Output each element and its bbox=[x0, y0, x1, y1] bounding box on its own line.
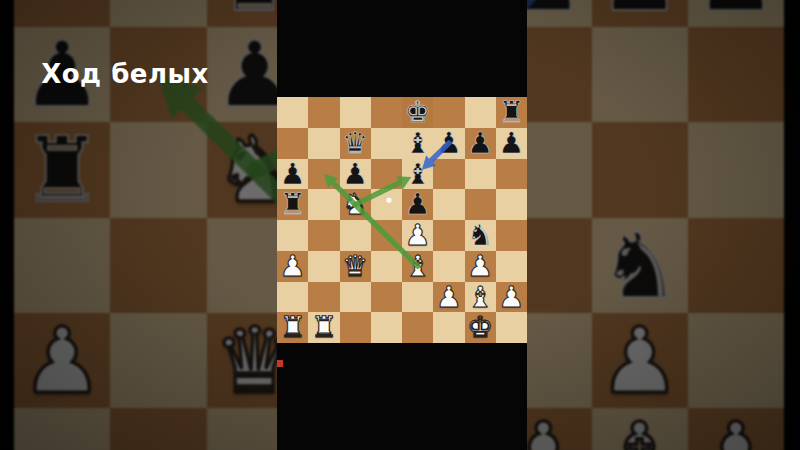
piece-black-king-e8[interactable]: ♚ bbox=[402, 97, 433, 128]
square-d7[interactable] bbox=[371, 128, 402, 159]
square-b5[interactable] bbox=[308, 189, 339, 220]
piece-black-pawn-g7[interactable]: ♟ bbox=[465, 128, 496, 159]
square-c5[interactable]: ♞ bbox=[340, 189, 371, 220]
piece-white-queen-c3[interactable]: ♛ bbox=[340, 251, 371, 282]
square-h3[interactable] bbox=[496, 251, 527, 282]
square-e6[interactable]: ♝ bbox=[402, 159, 433, 190]
piece-white-rook-a1[interactable]: ♜ bbox=[277, 312, 308, 343]
square-f4[interactable] bbox=[433, 220, 464, 251]
square-f1[interactable] bbox=[433, 312, 464, 343]
square-b7[interactable] bbox=[308, 128, 339, 159]
square-e7[interactable]: ♝ bbox=[402, 128, 433, 159]
square-f6[interactable] bbox=[433, 159, 464, 190]
square-a3[interactable]: ♟ bbox=[277, 251, 308, 282]
square-a8[interactable] bbox=[277, 97, 308, 128]
piece-black-queen-c7[interactable]: ♛ bbox=[340, 128, 371, 159]
square-a6[interactable]: ♟ bbox=[277, 159, 308, 190]
square-d1[interactable] bbox=[371, 312, 402, 343]
piece-black-pawn-e5[interactable]: ♟ bbox=[402, 189, 433, 220]
piece-black-pawn-a6[interactable]: ♟ bbox=[277, 159, 308, 190]
piece-black-pawn-f7[interactable]: ♟ bbox=[433, 128, 464, 159]
square-b3[interactable] bbox=[308, 251, 339, 282]
square-c1[interactable] bbox=[340, 312, 371, 343]
panel-top-band bbox=[277, 0, 527, 97]
piece-white-pawn-f2[interactable]: ♟ bbox=[433, 282, 464, 313]
square-c2[interactable] bbox=[340, 282, 371, 313]
square-f5[interactable] bbox=[433, 189, 464, 220]
square-b4[interactable] bbox=[308, 220, 339, 251]
square-c4[interactable] bbox=[340, 220, 371, 251]
square-a2[interactable] bbox=[277, 282, 308, 313]
square-f8[interactable] bbox=[433, 97, 464, 128]
piece-white-knight-c5[interactable]: ♞ bbox=[340, 189, 371, 220]
piece-white-pawn-e4[interactable]: ♟ bbox=[402, 220, 433, 251]
square-h4[interactable] bbox=[496, 220, 527, 251]
piece-black-pawn-c6[interactable]: ♟ bbox=[340, 159, 371, 190]
piece-black-bishop-e7[interactable]: ♝ bbox=[402, 128, 433, 159]
square-f3[interactable] bbox=[433, 251, 464, 282]
square-a7[interactable] bbox=[277, 128, 308, 159]
piece-black-bishop-e6[interactable]: ♝ bbox=[402, 159, 433, 190]
square-a5[interactable]: ♜ bbox=[277, 189, 308, 220]
square-g2[interactable]: ♝ bbox=[465, 282, 496, 313]
square-g7[interactable]: ♟ bbox=[465, 128, 496, 159]
square-g6[interactable] bbox=[465, 159, 496, 190]
square-b6[interactable] bbox=[308, 159, 339, 190]
square-b2[interactable] bbox=[308, 282, 339, 313]
square-c8[interactable] bbox=[340, 97, 371, 128]
square-g5[interactable] bbox=[465, 189, 496, 220]
square-b1[interactable]: ♜ bbox=[308, 312, 339, 343]
square-h1[interactable] bbox=[496, 312, 527, 343]
square-d2[interactable] bbox=[371, 282, 402, 313]
chess-board[interactable]: ♚♜♛♝♟♟♟♟♟♝♜♞♟♟♞♟♛♝♟♟♝♟♜♜♚ bbox=[277, 97, 527, 343]
piece-black-rook-h8[interactable]: ♜ bbox=[496, 97, 527, 128]
square-g4[interactable]: ♞ bbox=[465, 220, 496, 251]
square-e2[interactable] bbox=[402, 282, 433, 313]
square-h2[interactable]: ♟ bbox=[496, 282, 527, 313]
square-d4[interactable] bbox=[371, 220, 402, 251]
square-e5[interactable]: ♟ bbox=[402, 189, 433, 220]
square-e4[interactable]: ♟ bbox=[402, 220, 433, 251]
square-g8[interactable] bbox=[465, 97, 496, 128]
square-e1[interactable] bbox=[402, 312, 433, 343]
piece-white-king-g1[interactable]: ♚ bbox=[465, 312, 496, 343]
piece-black-knight-g4[interactable]: ♞ bbox=[465, 220, 496, 251]
square-a4[interactable] bbox=[277, 220, 308, 251]
square-d5[interactable] bbox=[371, 189, 402, 220]
square-d3[interactable] bbox=[371, 251, 402, 282]
square-h6[interactable] bbox=[496, 159, 527, 190]
square-c6[interactable]: ♟ bbox=[340, 159, 371, 190]
piece-white-bishop-g2[interactable]: ♝ bbox=[465, 282, 496, 313]
panel-bottom-band bbox=[277, 343, 527, 450]
square-f7[interactable]: ♟ bbox=[433, 128, 464, 159]
piece-black-rook-a5[interactable]: ♜ bbox=[277, 189, 308, 220]
piece-white-pawn-h2[interactable]: ♟ bbox=[496, 282, 527, 313]
square-d8[interactable] bbox=[371, 97, 402, 128]
piece-white-bishop-e3[interactable]: ♝ bbox=[402, 251, 433, 282]
red-marker bbox=[277, 360, 283, 367]
piece-white-pawn-g3[interactable]: ♟ bbox=[465, 251, 496, 282]
piece-white-rook-b1[interactable]: ♜ bbox=[308, 312, 339, 343]
square-a1[interactable]: ♜ bbox=[277, 312, 308, 343]
video-title: Ход белых bbox=[0, 58, 250, 90]
square-h8[interactable]: ♜ bbox=[496, 97, 527, 128]
square-e8[interactable]: ♚ bbox=[402, 97, 433, 128]
square-e3[interactable]: ♝ bbox=[402, 251, 433, 282]
square-b8[interactable] bbox=[308, 97, 339, 128]
piece-black-pawn-h7[interactable]: ♟ bbox=[496, 128, 527, 159]
square-d6[interactable] bbox=[371, 159, 402, 190]
square-g3[interactable]: ♟ bbox=[465, 251, 496, 282]
square-g1[interactable]: ♚ bbox=[465, 312, 496, 343]
piece-white-pawn-a3[interactable]: ♟ bbox=[277, 251, 308, 282]
square-c3[interactable]: ♛ bbox=[340, 251, 371, 282]
square-f2[interactable]: ♟ bbox=[433, 282, 464, 313]
square-h5[interactable] bbox=[496, 189, 527, 220]
square-c7[interactable]: ♛ bbox=[340, 128, 371, 159]
square-h7[interactable]: ♟ bbox=[496, 128, 527, 159]
